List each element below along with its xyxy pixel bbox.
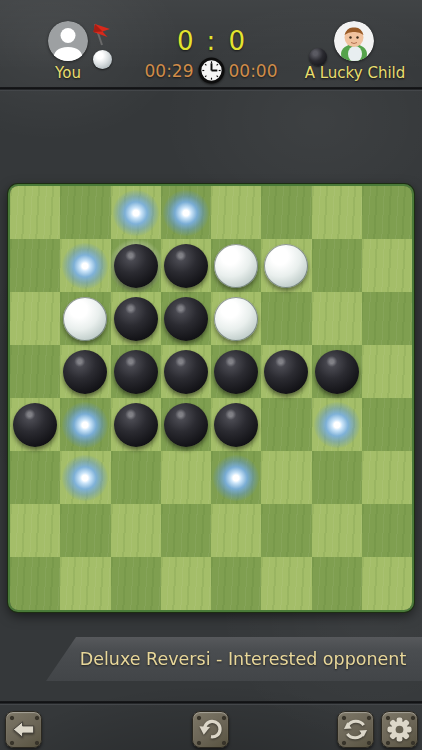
cell-b7[interactable]	[60, 504, 110, 557]
cell-d5[interactable]	[161, 398, 211, 451]
cell-e4[interactable]	[211, 345, 261, 398]
player-opponent-name: A Lucky Child	[294, 64, 416, 82]
black-disc	[164, 244, 208, 288]
cell-f2[interactable]	[261, 239, 311, 292]
cell-h3[interactable]	[362, 292, 412, 345]
cell-g3[interactable]	[312, 292, 362, 345]
cell-g1[interactable]	[312, 186, 362, 239]
white-disc	[214, 244, 258, 288]
cell-a8[interactable]	[10, 557, 60, 610]
cell-g7[interactable]	[312, 504, 362, 557]
legal-move-hint[interactable]	[213, 455, 259, 501]
cell-g4[interactable]	[312, 345, 362, 398]
cell-c5[interactable]	[111, 398, 161, 451]
cell-g6[interactable]	[312, 451, 362, 504]
cell-h8[interactable]	[362, 557, 412, 610]
cell-f7[interactable]	[261, 504, 311, 557]
cell-f8[interactable]	[261, 557, 311, 610]
cell-d3[interactable]	[161, 292, 211, 345]
black-disc	[264, 350, 308, 394]
black-disc	[214, 350, 258, 394]
gear-icon	[386, 716, 413, 743]
cell-e8[interactable]	[211, 557, 261, 610]
cell-d6[interactable]	[161, 451, 211, 504]
black-disc	[114, 403, 158, 447]
clock-icon	[198, 57, 225, 84]
cell-g8[interactable]	[312, 557, 362, 610]
cell-a3[interactable]	[10, 292, 60, 345]
cell-c4[interactable]	[111, 345, 161, 398]
cell-b6[interactable]	[60, 451, 110, 504]
cell-h7[interactable]	[362, 504, 412, 557]
cell-g5[interactable]	[312, 398, 362, 451]
cell-a5[interactable]	[10, 398, 60, 451]
cell-e7[interactable]	[211, 504, 261, 557]
black-disc	[114, 297, 158, 341]
header-bar: You 0 : 0 00:29 00:00	[0, 0, 422, 88]
cell-b4[interactable]	[60, 345, 110, 398]
settings-button[interactable]	[381, 711, 418, 748]
undo-arrow-icon	[197, 716, 224, 743]
cell-f1[interactable]	[261, 186, 311, 239]
cell-b3[interactable]	[60, 292, 110, 345]
cell-d2[interactable]	[161, 239, 211, 292]
cell-f5[interactable]	[261, 398, 311, 451]
status-banner-text: Deluxe Reversi - Interested opponent	[62, 649, 407, 669]
cell-a1[interactable]	[10, 186, 60, 239]
cell-c3[interactable]	[111, 292, 161, 345]
sync-arrows-icon	[342, 716, 369, 743]
app-screen: You 0 : 0 00:29 00:00	[0, 0, 422, 750]
cell-a7[interactable]	[10, 504, 60, 557]
cell-c7[interactable]	[111, 504, 161, 557]
toolbar-divider	[0, 701, 422, 705]
legal-move-hint[interactable]	[62, 455, 108, 501]
timer-opponent: 00:00	[229, 61, 278, 81]
legal-move-hint[interactable]	[62, 402, 108, 448]
black-disc	[13, 403, 57, 447]
cell-f6[interactable]	[261, 451, 311, 504]
cell-d1[interactable]	[161, 186, 211, 239]
cell-h6[interactable]	[362, 451, 412, 504]
cell-a6[interactable]	[10, 451, 60, 504]
back-arrow-icon	[10, 716, 37, 743]
cell-h4[interactable]	[362, 345, 412, 398]
cell-e1[interactable]	[211, 186, 261, 239]
cell-e6[interactable]	[211, 451, 261, 504]
black-disc	[164, 297, 208, 341]
cell-c8[interactable]	[111, 557, 161, 610]
cell-b1[interactable]	[60, 186, 110, 239]
cell-h5[interactable]	[362, 398, 412, 451]
cell-d7[interactable]	[161, 504, 211, 557]
score-right: 0	[228, 26, 245, 56]
cell-e3[interactable]	[211, 292, 261, 345]
undo-button[interactable]	[192, 711, 229, 748]
cell-b2[interactable]	[60, 239, 110, 292]
cell-g2[interactable]	[312, 239, 362, 292]
cell-e2[interactable]	[211, 239, 261, 292]
cell-b5[interactable]	[60, 398, 110, 451]
cell-f4[interactable]	[261, 345, 311, 398]
cell-a4[interactable]	[10, 345, 60, 398]
board	[8, 184, 414, 612]
white-disc	[264, 244, 308, 288]
black-disc	[315, 350, 359, 394]
cell-b8[interactable]	[60, 557, 110, 610]
legal-move-hint[interactable]	[163, 190, 209, 236]
score-left: 0	[177, 26, 194, 56]
cell-h2[interactable]	[362, 239, 412, 292]
header-divider	[0, 87, 422, 91]
status-banner: Deluxe Reversi - Interested opponent	[46, 637, 422, 681]
player-opponent-avatar[interactable]	[334, 21, 374, 61]
cell-e5[interactable]	[211, 398, 261, 451]
cell-c1[interactable]	[111, 186, 161, 239]
sync-button[interactable]	[337, 711, 374, 748]
cell-d4[interactable]	[161, 345, 211, 398]
cell-d8[interactable]	[161, 557, 211, 610]
white-disc	[214, 297, 258, 341]
cell-h1[interactable]	[362, 186, 412, 239]
black-disc	[114, 350, 158, 394]
legal-move-hint[interactable]	[62, 243, 108, 289]
cell-f3[interactable]	[261, 292, 311, 345]
black-disc	[164, 403, 208, 447]
black-disc	[164, 350, 208, 394]
score-separator: :	[207, 26, 216, 56]
legal-move-hint[interactable]	[113, 190, 159, 236]
cell-c6[interactable]	[111, 451, 161, 504]
timer-you: 00:29	[145, 61, 194, 81]
baby-photo	[334, 21, 374, 61]
cell-a2[interactable]	[10, 239, 60, 292]
black-disc	[114, 244, 158, 288]
black-disc	[214, 403, 258, 447]
legal-move-hint[interactable]	[314, 402, 360, 448]
white-disc	[63, 297, 107, 341]
cell-c2[interactable]	[111, 239, 161, 292]
back-button[interactable]	[5, 711, 42, 748]
black-disc	[63, 350, 107, 394]
